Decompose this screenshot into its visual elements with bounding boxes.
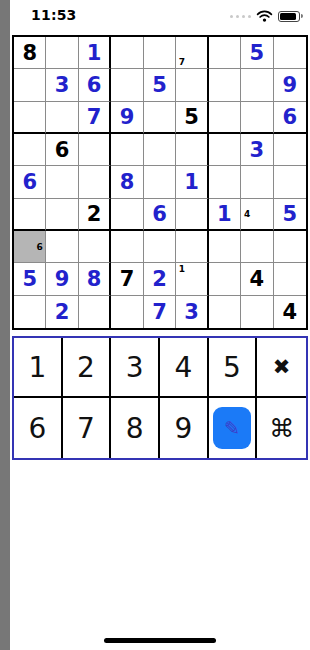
cell-r5c7[interactable]	[209, 166, 241, 198]
pencil-mark: 1	[177, 264, 186, 274]
key-3[interactable]: 3	[111, 338, 160, 398]
cell-r4c7[interactable]	[209, 134, 241, 166]
cell-r1c6[interactable]: 7	[176, 37, 208, 69]
cell-r8c7[interactable]	[209, 263, 241, 295]
cell-r7c8[interactable]	[241, 231, 273, 263]
cell-r2c6[interactable]	[176, 69, 208, 101]
entered-digit: 7	[152, 300, 167, 324]
cell-r4c3[interactable]	[79, 134, 111, 166]
given-digit: 8	[22, 41, 37, 65]
cell-r1c2[interactable]	[46, 37, 78, 69]
cell-r5c4[interactable]: 8	[111, 166, 143, 198]
entered-digit: 2	[55, 300, 70, 324]
cell-r6c4[interactable]	[111, 199, 143, 231]
entered-digit: 9	[120, 105, 135, 129]
cell-r6c9[interactable]: 5	[274, 199, 306, 231]
cell-r2c2[interactable]: 3	[46, 69, 78, 101]
cell-r1c8[interactable]: 5	[241, 37, 273, 69]
entered-digit: 1	[217, 202, 232, 226]
key-6[interactable]: 6	[14, 398, 63, 458]
cell-r6c2[interactable]	[46, 199, 78, 231]
given-digit: 4	[250, 267, 265, 291]
entered-digit: 6	[282, 105, 297, 129]
key-4[interactable]: 4	[160, 338, 209, 398]
key-label: 5	[223, 351, 241, 384]
cell-r9c9[interactable]: 4	[274, 296, 306, 328]
given-digit: 4	[282, 300, 297, 324]
entered-digit: 5	[22, 267, 37, 291]
entered-digit: 7	[87, 105, 102, 129]
entered-digit: 8	[120, 170, 135, 194]
entered-digit: 3	[250, 138, 265, 162]
cell-r6c6[interactable]	[176, 199, 208, 231]
cell-r9c2[interactable]: 2	[46, 296, 78, 328]
key-label: 1	[28, 351, 46, 384]
cell-r6c1[interactable]	[14, 199, 46, 231]
cell-r5c2[interactable]	[46, 166, 78, 198]
entered-digit: 5	[250, 41, 265, 65]
cell-r5c5[interactable]	[144, 166, 176, 198]
cell-r5c9[interactable]	[274, 166, 306, 198]
pencil-mark: 7	[177, 57, 186, 67]
cell-r7c4[interactable]	[111, 231, 143, 263]
key-label: 2	[77, 351, 95, 384]
command-icon: ⌘	[269, 414, 294, 443]
key-9[interactable]: 9	[160, 398, 209, 458]
battery-icon	[278, 11, 300, 22]
cell-r3c2[interactable]	[46, 102, 78, 134]
entered-digit: 5	[152, 73, 167, 97]
cell-r5c3[interactable]	[79, 166, 111, 198]
cell-r4c2[interactable]: 6	[46, 134, 78, 166]
given-digit: 7	[120, 267, 135, 291]
home-indicator[interactable]	[104, 638, 216, 643]
cell-r2c5[interactable]: 5	[144, 69, 176, 101]
cell-r4c4[interactable]	[111, 134, 143, 166]
key-label: 9	[174, 412, 192, 445]
wifi-icon	[256, 10, 273, 22]
cell-r8c5[interactable]: 2	[144, 263, 176, 295]
cell-r3c5[interactable]	[144, 102, 176, 134]
entered-digit: 3	[55, 73, 70, 97]
cell-r3c4[interactable]: 9	[111, 102, 143, 134]
cell-r4c5[interactable]	[144, 134, 176, 166]
entered-digit: 2	[152, 267, 167, 291]
cell-r8c4[interactable]: 7	[111, 263, 143, 295]
key-2[interactable]: 2	[63, 338, 112, 398]
cell-r2c9[interactable]: 9	[274, 69, 306, 101]
cell-r5c6[interactable]: 1	[176, 166, 208, 198]
entered-digit: 1	[184, 170, 199, 194]
heavy-x-icon: ✖	[273, 355, 291, 379]
cell-r6c5[interactable]: 6	[144, 199, 176, 231]
cell-r9c1[interactable]	[14, 296, 46, 328]
cell-r2c1[interactable]	[14, 69, 46, 101]
cell-r6c7[interactable]: 1	[209, 199, 241, 231]
entered-digit: 6	[152, 202, 167, 226]
cell-r3c9[interactable]: 6	[274, 102, 306, 134]
cell-r6c8[interactable]: 4	[241, 199, 273, 231]
cell-r7c2[interactable]	[46, 231, 78, 263]
pencil-mode-button[interactable]: ✎	[209, 398, 258, 458]
key-1[interactable]: 1	[14, 338, 63, 398]
key-8[interactable]: 8	[111, 398, 160, 458]
cell-r3c3[interactable]: 7	[79, 102, 111, 134]
cellular-dots-icon	[230, 15, 251, 18]
cell-r4c8[interactable]: 3	[241, 134, 273, 166]
sudoku-board: 8175365979566368126145659872142734	[12, 35, 308, 330]
cell-r6c3[interactable]: 2	[79, 199, 111, 231]
cell-r1c1[interactable]: 8	[14, 37, 46, 69]
key-label: 4	[174, 351, 192, 384]
entered-digit: 9	[55, 267, 70, 291]
entered-digit: 9	[282, 73, 297, 97]
cell-r9c8[interactable]	[241, 296, 273, 328]
key-label: 7	[77, 412, 95, 445]
cell-r9c6[interactable]: 3	[176, 296, 208, 328]
cell-r7c6[interactable]	[176, 231, 208, 263]
cell-r8c9[interactable]	[274, 263, 306, 295]
delete-button[interactable]: ✖	[257, 338, 306, 398]
cell-r4c1[interactable]	[14, 134, 46, 166]
cell-r5c8[interactable]	[241, 166, 273, 198]
entered-digit: 1	[87, 41, 102, 65]
cell-r9c7[interactable]	[209, 296, 241, 328]
command-button[interactable]: ⌘	[257, 398, 306, 458]
cell-r4c6[interactable]	[176, 134, 208, 166]
cell-r4c9[interactable]	[274, 134, 306, 166]
cell-r1c9[interactable]	[274, 37, 306, 69]
given-digit: 6	[55, 138, 70, 162]
cell-r1c3[interactable]: 1	[79, 37, 111, 69]
cell-r8c1[interactable]: 5	[14, 263, 46, 295]
pencil-mark: 4	[242, 209, 252, 219]
cell-r9c3[interactable]	[79, 296, 111, 328]
cell-r2c3[interactable]: 6	[79, 69, 111, 101]
cell-r8c3[interactable]: 8	[79, 263, 111, 295]
key-label: 3	[126, 351, 144, 384]
cell-r7c3[interactable]	[79, 231, 111, 263]
entered-digit: 8	[87, 267, 102, 291]
cell-r1c4[interactable]	[111, 37, 143, 69]
status-clock: 11:53	[31, 7, 77, 23]
number-keypad: 12345✖6789✎⌘	[12, 336, 308, 460]
cell-r5c1[interactable]: 6	[14, 166, 46, 198]
entered-digit: 6	[87, 73, 102, 97]
app-screen: 11:53 8175365979566368126145659872142734…	[10, 0, 310, 650]
key-label: 8	[126, 412, 144, 445]
key-7[interactable]: 7	[63, 398, 112, 458]
cell-r1c5[interactable]	[144, 37, 176, 69]
cell-r9c5[interactable]: 7	[144, 296, 176, 328]
cell-r3c7[interactable]	[209, 102, 241, 134]
cell-r7c9[interactable]	[274, 231, 306, 263]
cell-r8c2[interactable]: 9	[46, 263, 78, 295]
status-bar: 11:53	[10, 0, 310, 32]
cell-r1c7[interactable]	[209, 37, 241, 69]
status-icons	[230, 10, 300, 22]
cell-r3c8[interactable]	[241, 102, 273, 134]
given-digit: 5	[184, 105, 199, 129]
cell-r9c4[interactable]	[111, 296, 143, 328]
entered-digit: 3	[184, 300, 199, 324]
cell-r2c7[interactable]	[209, 69, 241, 101]
cell-r3c6[interactable]: 5	[176, 102, 208, 134]
cell-r2c8[interactable]	[241, 69, 273, 101]
pencil-mark: 6	[35, 242, 45, 252]
cell-r7c5[interactable]	[144, 231, 176, 263]
cell-r7c7[interactable]	[209, 231, 241, 263]
given-digit: 2	[87, 202, 102, 226]
cell-r7c1[interactable]: 6	[14, 231, 46, 263]
pencil-icon: ✎	[213, 407, 251, 449]
cell-r8c6[interactable]: 1	[176, 263, 208, 295]
entered-digit: 5	[282, 202, 297, 226]
cell-r8c8[interactable]: 4	[241, 263, 273, 295]
cell-r2c4[interactable]	[111, 69, 143, 101]
entered-digit: 6	[22, 170, 37, 194]
cell-r3c1[interactable]	[14, 102, 46, 134]
key-5[interactable]: 5	[209, 338, 258, 398]
key-label: 6	[28, 412, 46, 445]
